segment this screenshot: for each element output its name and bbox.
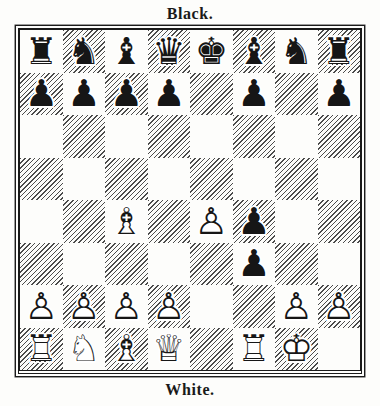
- piece-white-pawn: ♟♙: [25, 288, 58, 325]
- square-c3: [105, 243, 148, 286]
- piece-black-pawn: ♟♟: [152, 75, 185, 112]
- chess-board-border: ♜♜♞♞♝♝♛♛♚♚♝♝♞♞♜♜♟♟♟♟♟♟♟♟♟♟♟♟♝♗♟♙♟♟♟♟♟♙♟♙…: [18, 28, 362, 374]
- square-f7: ♟♟: [233, 73, 276, 116]
- square-g8: ♞♞: [275, 30, 318, 73]
- square-c7: ♟♟: [105, 73, 148, 116]
- square-d8: ♛♛: [148, 30, 191, 73]
- piece-black-rook: ♜♜: [25, 33, 58, 70]
- piece-glyph: ♝: [110, 33, 143, 70]
- chess-board-frame: ♜♜♞♞♝♝♛♛♚♚♝♝♞♞♜♜♟♟♟♟♟♟♟♟♟♟♟♟♝♗♟♙♟♟♟♟♟♙♟♙…: [15, 25, 365, 377]
- piece-glyph: ♞: [67, 33, 100, 70]
- square-f3: ♟♟: [233, 243, 276, 286]
- piece-black-queen: ♛♛: [152, 33, 185, 70]
- piece-black-pawn: ♟♟: [237, 245, 270, 282]
- square-b8: ♞♞: [63, 30, 106, 73]
- square-c8: ♝♝: [105, 30, 148, 73]
- square-h8: ♜♜: [318, 30, 361, 73]
- piece-glyph: ♜: [322, 33, 355, 70]
- square-a8: ♜♜: [20, 30, 63, 73]
- piece-white-knight: ♞♘: [67, 330, 100, 367]
- square-d2: ♟♙: [148, 285, 191, 328]
- piece-black-pawn: ♟♟: [322, 75, 355, 112]
- square-d1: ♛♕: [148, 328, 191, 371]
- piece-black-knight: ♞♞: [67, 33, 100, 70]
- piece-glyph: ♟: [67, 75, 100, 112]
- square-e2: [190, 285, 233, 328]
- square-h7: ♟♟: [318, 73, 361, 116]
- square-h5: [318, 158, 361, 201]
- square-d3: [148, 243, 191, 286]
- square-d6: [148, 115, 191, 158]
- square-b2: ♟♙: [63, 285, 106, 328]
- piece-glyph: ♛: [152, 33, 185, 70]
- piece-glyph: ♟: [25, 75, 58, 112]
- piece-glyph: ♙: [110, 288, 143, 325]
- chess-diagram-page: Black. ♜♜♞♞♝♝♛♛♚♚♝♝♞♞♜♜♟♟♟♟♟♟♟♟♟♟♟♟♝♗♟♙♟…: [0, 0, 380, 406]
- square-h3: [318, 243, 361, 286]
- square-f2: [233, 285, 276, 328]
- piece-white-bishop: ♝♗: [110, 203, 143, 240]
- square-a6: [20, 115, 63, 158]
- square-a2: ♟♙: [20, 285, 63, 328]
- piece-black-rook: ♜♜: [322, 33, 355, 70]
- chess-board: ♜♜♞♞♝♝♛♛♚♚♝♝♞♞♜♜♟♟♟♟♟♟♟♟♟♟♟♟♝♗♟♙♟♟♟♟♟♙♟♙…: [20, 30, 360, 370]
- square-e8: ♚♚: [190, 30, 233, 73]
- square-a1: ♜♖: [20, 328, 63, 371]
- square-g3: [275, 243, 318, 286]
- square-e4: ♟♙: [190, 200, 233, 243]
- piece-white-pawn: ♟♙: [110, 288, 143, 325]
- square-g4: [275, 200, 318, 243]
- piece-glyph: ♗: [110, 203, 143, 240]
- square-g2: ♟♙: [275, 285, 318, 328]
- square-a4: [20, 200, 63, 243]
- square-g6: [275, 115, 318, 158]
- piece-white-queen: ♛♕: [152, 330, 185, 367]
- square-c1: ♝♗: [105, 328, 148, 371]
- square-f1: ♜♖: [233, 328, 276, 371]
- piece-white-pawn: ♟♙: [152, 288, 185, 325]
- piece-white-bishop: ♝♗: [110, 330, 143, 367]
- square-b5: [63, 158, 106, 201]
- piece-glyph: ♖: [25, 330, 58, 367]
- piece-white-pawn: ♟♙: [195, 203, 228, 240]
- square-a7: ♟♟: [20, 73, 63, 116]
- square-a5: [20, 158, 63, 201]
- piece-black-king: ♚♚: [195, 33, 228, 70]
- piece-black-pawn: ♟♟: [67, 75, 100, 112]
- piece-black-knight: ♞♞: [280, 33, 313, 70]
- square-a3: [20, 243, 63, 286]
- square-h6: [318, 115, 361, 158]
- square-h1: [318, 328, 361, 371]
- square-f5: [233, 158, 276, 201]
- top-player-label: Black.: [0, 0, 380, 24]
- square-b6: [63, 115, 106, 158]
- square-b1: ♞♘: [63, 328, 106, 371]
- square-b4: [63, 200, 106, 243]
- square-b3: [63, 243, 106, 286]
- piece-white-rook: ♜♖: [25, 330, 58, 367]
- square-e7: [190, 73, 233, 116]
- piece-glyph: ♝: [237, 33, 270, 70]
- piece-glyph: ♙: [25, 288, 58, 325]
- piece-glyph: ♟: [152, 75, 185, 112]
- square-f4: ♟♟: [233, 200, 276, 243]
- square-b7: ♟♟: [63, 73, 106, 116]
- square-e1: [190, 328, 233, 371]
- square-c4: ♝♗: [105, 200, 148, 243]
- square-e5: [190, 158, 233, 201]
- piece-glyph: ♟: [237, 75, 270, 112]
- piece-glyph: ♟: [110, 75, 143, 112]
- piece-glyph: ♕: [152, 330, 185, 367]
- square-f8: ♝♝: [233, 30, 276, 73]
- square-d4: [148, 200, 191, 243]
- square-g7: [275, 73, 318, 116]
- square-h2: ♟♙: [318, 285, 361, 328]
- piece-white-pawn: ♟♙: [322, 288, 355, 325]
- piece-glyph: ♟: [237, 245, 270, 282]
- square-c5: [105, 158, 148, 201]
- square-e3: [190, 243, 233, 286]
- square-h4: [318, 200, 361, 243]
- piece-glyph: ♔: [280, 330, 313, 367]
- piece-black-pawn: ♟♟: [25, 75, 58, 112]
- piece-white-pawn: ♟♙: [67, 288, 100, 325]
- piece-glyph: ♜: [25, 33, 58, 70]
- piece-glyph: ♞: [280, 33, 313, 70]
- piece-black-pawn: ♟♟: [237, 75, 270, 112]
- square-d5: [148, 158, 191, 201]
- piece-black-bishop: ♝♝: [110, 33, 143, 70]
- square-e6: [190, 115, 233, 158]
- piece-black-pawn: ♟♟: [237, 203, 270, 240]
- piece-white-king: ♚♔: [280, 330, 313, 367]
- piece-glyph: ♚: [195, 33, 228, 70]
- piece-glyph: ♟: [237, 203, 270, 240]
- bottom-player-label: White.: [0, 379, 380, 401]
- square-c6: [105, 115, 148, 158]
- square-g5: [275, 158, 318, 201]
- piece-glyph: ♙: [67, 288, 100, 325]
- piece-glyph: ♖: [237, 330, 270, 367]
- piece-glyph: ♙: [195, 203, 228, 240]
- piece-glyph: ♗: [110, 330, 143, 367]
- piece-white-pawn: ♟♙: [280, 288, 313, 325]
- square-c2: ♟♙: [105, 285, 148, 328]
- piece-glyph: ♙: [152, 288, 185, 325]
- piece-white-rook: ♜♖: [237, 330, 270, 367]
- square-g1: ♚♔: [275, 328, 318, 371]
- piece-glyph: ♙: [280, 288, 313, 325]
- piece-black-bishop: ♝♝: [237, 33, 270, 70]
- piece-black-pawn: ♟♟: [110, 75, 143, 112]
- piece-glyph: ♙: [322, 288, 355, 325]
- square-d7: ♟♟: [148, 73, 191, 116]
- square-f6: [233, 115, 276, 158]
- piece-glyph: ♟: [322, 75, 355, 112]
- piece-glyph: ♘: [67, 330, 100, 367]
